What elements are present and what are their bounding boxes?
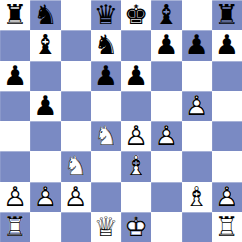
black-piece-glyph: ♝ bbox=[151, 0, 181, 30]
square-g5[interactable]: ♟♙ bbox=[182, 91, 212, 121]
white-piece-outline: ♘ bbox=[91, 121, 121, 151]
square-f1[interactable] bbox=[151, 212, 181, 242]
square-f6[interactable] bbox=[151, 61, 181, 91]
black-piece-glyph: ♟ bbox=[0, 61, 30, 91]
piece-black-pawn-f7: ♟ bbox=[151, 30, 181, 60]
square-a6[interactable]: ♟ bbox=[0, 61, 30, 91]
square-d8[interactable]: ♛ bbox=[91, 0, 121, 30]
square-b3[interactable] bbox=[30, 151, 60, 181]
white-piece-outline: ♘ bbox=[61, 151, 91, 181]
piece-white-pawn-b2: ♟♙ bbox=[30, 182, 60, 212]
square-h3[interactable] bbox=[212, 151, 242, 181]
piece-black-pawn-d6: ♟ bbox=[91, 61, 121, 91]
piece-white-knight-d4: ♞♘ bbox=[91, 121, 121, 151]
piece-white-pawn-g5: ♟♙ bbox=[182, 91, 212, 121]
piece-black-rook-h8: ♜ bbox=[212, 0, 242, 30]
black-piece-glyph: ♞ bbox=[30, 0, 60, 30]
piece-black-rook-a8: ♜ bbox=[0, 0, 30, 30]
black-piece-glyph: ♟ bbox=[30, 91, 60, 121]
square-g2[interactable]: ♝♗ bbox=[182, 182, 212, 212]
square-g8[interactable] bbox=[182, 0, 212, 30]
white-piece-outline: ♖ bbox=[212, 212, 242, 242]
square-a1[interactable]: ♜♖ bbox=[0, 212, 30, 242]
white-piece-outline: ♙ bbox=[212, 182, 242, 212]
black-piece-glyph: ♟ bbox=[182, 30, 212, 60]
piece-white-knight-c3: ♞♘ bbox=[61, 151, 91, 181]
white-piece-outline: ♗ bbox=[182, 182, 212, 212]
piece-black-pawn-h7: ♟ bbox=[212, 30, 242, 60]
square-g6[interactable] bbox=[182, 61, 212, 91]
piece-black-knight-b8: ♞ bbox=[30, 0, 60, 30]
white-piece-outline: ♖ bbox=[0, 212, 30, 242]
square-d3[interactable] bbox=[91, 151, 121, 181]
black-piece-glyph: ♟ bbox=[151, 30, 181, 60]
square-c3[interactable]: ♞♘ bbox=[61, 151, 91, 181]
square-f7[interactable]: ♟ bbox=[151, 30, 181, 60]
square-a5[interactable] bbox=[0, 91, 30, 121]
square-d4[interactable]: ♞♘ bbox=[91, 121, 121, 151]
piece-white-rook-h1: ♜♖ bbox=[212, 212, 242, 242]
square-h8[interactable]: ♜ bbox=[212, 0, 242, 30]
piece-black-pawn-a6: ♟ bbox=[0, 61, 30, 91]
square-g7[interactable]: ♟ bbox=[182, 30, 212, 60]
black-piece-glyph: ♟ bbox=[212, 30, 242, 60]
square-h2[interactable]: ♟♙ bbox=[212, 182, 242, 212]
square-d5[interactable] bbox=[91, 91, 121, 121]
white-piece-outline: ♔ bbox=[121, 212, 151, 242]
square-a2[interactable]: ♟♙ bbox=[0, 182, 30, 212]
white-piece-outline: ♙ bbox=[0, 182, 30, 212]
square-d7[interactable]: ♞ bbox=[91, 30, 121, 60]
piece-white-bishop-g2: ♝♗ bbox=[182, 182, 212, 212]
square-h4[interactable] bbox=[212, 121, 242, 151]
piece-white-queen-d1: ♛♕ bbox=[91, 212, 121, 242]
square-e6[interactable]: ♟ bbox=[121, 61, 151, 91]
square-b4[interactable] bbox=[30, 121, 60, 151]
piece-white-pawn-e4: ♟♙ bbox=[121, 121, 151, 151]
square-e1[interactable]: ♚♔ bbox=[121, 212, 151, 242]
square-c7[interactable] bbox=[61, 30, 91, 60]
chess-board: ♜♞♛♚♝♜♝♞♟♟♟♟♟♟♟♟♙♞♘♟♙♟♙♞♘♝♗♟♙♟♙♟♙♝♗♟♙♜♖♛… bbox=[0, 0, 242, 242]
black-piece-glyph: ♚ bbox=[121, 0, 151, 30]
white-piece-outline: ♕ bbox=[91, 212, 121, 242]
square-c5[interactable] bbox=[61, 91, 91, 121]
piece-white-pawn-c2: ♟♙ bbox=[61, 182, 91, 212]
square-g3[interactable] bbox=[182, 151, 212, 181]
square-f8[interactable]: ♝ bbox=[151, 0, 181, 30]
square-f5[interactable] bbox=[151, 91, 181, 121]
square-f4[interactable]: ♟♙ bbox=[151, 121, 181, 151]
square-b5[interactable]: ♟ bbox=[30, 91, 60, 121]
square-e7[interactable] bbox=[121, 30, 151, 60]
square-f3[interactable] bbox=[151, 151, 181, 181]
square-e3[interactable]: ♝♗ bbox=[121, 151, 151, 181]
square-c2[interactable]: ♟♙ bbox=[61, 182, 91, 212]
square-b6[interactable] bbox=[30, 61, 60, 91]
square-b8[interactable]: ♞ bbox=[30, 0, 60, 30]
piece-black-king-e8: ♚ bbox=[121, 0, 151, 30]
square-e8[interactable]: ♚ bbox=[121, 0, 151, 30]
black-piece-glyph: ♜ bbox=[0, 0, 30, 30]
square-g1[interactable] bbox=[182, 212, 212, 242]
square-h5[interactable] bbox=[212, 91, 242, 121]
piece-black-queen-d8: ♛ bbox=[91, 0, 121, 30]
square-d1[interactable]: ♛♕ bbox=[91, 212, 121, 242]
piece-black-pawn-g7: ♟ bbox=[182, 30, 212, 60]
piece-black-pawn-e6: ♟ bbox=[121, 61, 151, 91]
square-a4[interactable] bbox=[0, 121, 30, 151]
square-f2[interactable] bbox=[151, 182, 181, 212]
square-b2[interactable]: ♟♙ bbox=[30, 182, 60, 212]
piece-white-pawn-a2: ♟♙ bbox=[0, 182, 30, 212]
white-piece-outline: ♙ bbox=[61, 182, 91, 212]
square-d6[interactable]: ♟ bbox=[91, 61, 121, 91]
black-piece-glyph: ♝ bbox=[30, 30, 60, 60]
square-c8[interactable] bbox=[61, 0, 91, 30]
piece-white-pawn-h2: ♟♙ bbox=[212, 182, 242, 212]
white-piece-outline: ♙ bbox=[182, 91, 212, 121]
square-c4[interactable] bbox=[61, 121, 91, 151]
black-piece-glyph: ♟ bbox=[121, 61, 151, 91]
square-e4[interactable]: ♟♙ bbox=[121, 121, 151, 151]
square-c6[interactable] bbox=[61, 61, 91, 91]
square-a8[interactable]: ♜ bbox=[0, 0, 30, 30]
square-c1[interactable] bbox=[61, 212, 91, 242]
black-piece-glyph: ♜ bbox=[212, 0, 242, 30]
white-piece-outline: ♙ bbox=[30, 182, 60, 212]
piece-black-knight-d7: ♞ bbox=[91, 30, 121, 60]
square-b1[interactable] bbox=[30, 212, 60, 242]
square-g4[interactable] bbox=[182, 121, 212, 151]
square-h6[interactable] bbox=[212, 61, 242, 91]
piece-black-pawn-b5: ♟ bbox=[30, 91, 60, 121]
piece-white-rook-a1: ♜♖ bbox=[0, 212, 30, 242]
square-e5[interactable] bbox=[121, 91, 151, 121]
piece-white-pawn-f4: ♟♙ bbox=[151, 121, 181, 151]
piece-white-bishop-e3: ♝♗ bbox=[121, 151, 151, 181]
square-a3[interactable] bbox=[0, 151, 30, 181]
black-piece-glyph: ♟ bbox=[91, 61, 121, 91]
white-piece-outline: ♗ bbox=[121, 151, 151, 181]
black-piece-glyph: ♛ bbox=[91, 0, 121, 30]
square-b7[interactable]: ♝ bbox=[30, 30, 60, 60]
piece-black-bishop-f8: ♝ bbox=[151, 0, 181, 30]
piece-black-bishop-b7: ♝ bbox=[30, 30, 60, 60]
square-h1[interactable]: ♜♖ bbox=[212, 212, 242, 242]
square-d2[interactable] bbox=[91, 182, 121, 212]
square-a7[interactable] bbox=[0, 30, 30, 60]
square-e2[interactable] bbox=[121, 182, 151, 212]
square-h7[interactable]: ♟ bbox=[212, 30, 242, 60]
white-piece-outline: ♙ bbox=[151, 121, 181, 151]
black-piece-glyph: ♞ bbox=[91, 30, 121, 60]
white-piece-outline: ♙ bbox=[121, 121, 151, 151]
piece-white-king-e1: ♚♔ bbox=[121, 212, 151, 242]
